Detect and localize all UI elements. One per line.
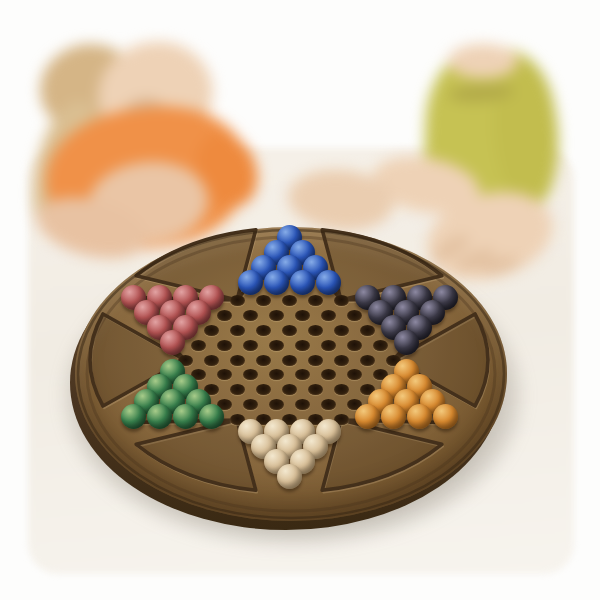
hole[interactable] <box>269 310 284 321</box>
hole[interactable] <box>282 384 297 395</box>
marble-orange[interactable] <box>433 404 458 429</box>
hole[interactable] <box>360 325 375 336</box>
hole[interactable] <box>269 369 284 380</box>
marble-orange[interactable] <box>355 404 380 429</box>
hole[interactable] <box>243 399 258 410</box>
marble-blue[interactable] <box>316 270 341 295</box>
hole[interactable] <box>334 295 349 306</box>
marble-green[interactable] <box>173 404 198 429</box>
hole[interactable] <box>256 325 271 336</box>
hole[interactable] <box>256 384 271 395</box>
product-photo <box>0 0 600 600</box>
hole[interactable] <box>295 340 310 351</box>
hole[interactable] <box>373 340 388 351</box>
hole[interactable] <box>282 355 297 366</box>
hole[interactable] <box>334 355 349 366</box>
hole[interactable] <box>217 340 232 351</box>
hole[interactable] <box>282 325 297 336</box>
marble-green[interactable] <box>147 404 172 429</box>
hole[interactable] <box>230 295 245 306</box>
hole[interactable] <box>347 369 362 380</box>
hole[interactable] <box>321 369 336 380</box>
hole[interactable] <box>334 325 349 336</box>
marble-green[interactable] <box>199 404 224 429</box>
marble-green[interactable] <box>121 404 146 429</box>
hole[interactable] <box>204 325 219 336</box>
hole[interactable] <box>295 310 310 321</box>
hole[interactable] <box>360 355 375 366</box>
hole[interactable] <box>269 340 284 351</box>
hole[interactable] <box>308 384 323 395</box>
marble-black[interactable] <box>394 330 419 355</box>
hole[interactable] <box>243 369 258 380</box>
hole[interactable] <box>217 369 232 380</box>
hole[interactable] <box>269 399 284 410</box>
hole[interactable] <box>321 340 336 351</box>
hole[interactable] <box>334 384 349 395</box>
hole[interactable] <box>295 399 310 410</box>
hole[interactable] <box>217 310 232 321</box>
board-cells <box>0 0 600 600</box>
hole[interactable] <box>230 384 245 395</box>
hole[interactable] <box>308 325 323 336</box>
marble-blue[interactable] <box>264 270 289 295</box>
hole[interactable] <box>308 295 323 306</box>
hole[interactable] <box>308 355 323 366</box>
hole[interactable] <box>191 340 206 351</box>
hole[interactable] <box>230 325 245 336</box>
hole[interactable] <box>295 369 310 380</box>
hole[interactable] <box>321 310 336 321</box>
marble-blue[interactable] <box>290 270 315 295</box>
marble-red[interactable] <box>160 330 185 355</box>
hole[interactable] <box>282 295 297 306</box>
hole[interactable] <box>204 355 219 366</box>
marble-orange[interactable] <box>381 404 406 429</box>
hole[interactable] <box>347 340 362 351</box>
marble-orange[interactable] <box>407 404 432 429</box>
hole[interactable] <box>256 295 271 306</box>
hole[interactable] <box>321 399 336 410</box>
hole[interactable] <box>243 310 258 321</box>
marble-blue[interactable] <box>238 270 263 295</box>
marble-natural[interactable] <box>277 464 302 489</box>
hole[interactable] <box>256 355 271 366</box>
hole[interactable] <box>347 310 362 321</box>
hole[interactable] <box>230 355 245 366</box>
hole[interactable] <box>243 340 258 351</box>
